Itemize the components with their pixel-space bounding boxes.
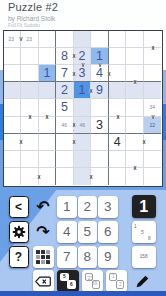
- digit-8-button[interactable]: 8: [78, 246, 98, 269]
- cell-r4c4[interactable]: 2: [56, 82, 74, 99]
- digit-7-button[interactable]: 7: [57, 246, 77, 269]
- cell-r7c9[interactable]: [144, 134, 162, 151]
- gear-icon: [12, 225, 26, 239]
- digit-4-button[interactable]: 4: [57, 221, 77, 244]
- corner-mark-preview-button[interactable]: 1 5 8: [132, 221, 157, 244]
- sudoku-grid: 2323821173421953446463124: [4, 31, 162, 186]
- cell-r4c9[interactable]: [144, 82, 162, 99]
- cell-r9c9[interactable]: [144, 168, 162, 185]
- cell-r3c5[interactable]: 3: [74, 65, 92, 82]
- cell-r5c4[interactable]: 5: [56, 99, 74, 116]
- cell-r4c3[interactable]: [39, 82, 57, 99]
- back-button[interactable]: <: [9, 196, 29, 218]
- cell-r2c3[interactable]: [39, 48, 57, 65]
- big-number-mode-button[interactable]: 5 6: [57, 270, 79, 292]
- app-screen: Puzzle #2 by Richard Stolk Full Fit Sudo…: [0, 0, 166, 296]
- cell-r8c2[interactable]: [21, 151, 39, 168]
- cell-r7c4[interactable]: [56, 134, 74, 151]
- cell-r2c2[interactable]: [21, 48, 39, 65]
- digit-5-button[interactable]: 5: [78, 221, 98, 244]
- digit-6-button[interactable]: 6: [98, 221, 118, 244]
- cell-r1c9[interactable]: [144, 31, 162, 48]
- cell-r7c3[interactable]: [39, 134, 57, 151]
- cell-r5c7[interactable]: [109, 99, 127, 116]
- cell-r6c4[interactable]: 46: [56, 117, 74, 134]
- cell-r2c5[interactable]: 2: [74, 48, 92, 65]
- pencil-marks-r1c1: 23: [9, 36, 15, 42]
- cell-r2c9[interactable]: [144, 48, 162, 65]
- cell-r1c4[interactable]: [56, 31, 74, 48]
- cell-r9c7[interactable]: [109, 168, 127, 185]
- pencil-marks-r6c4: 46: [62, 122, 68, 128]
- cell-r5c8[interactable]: [126, 99, 144, 116]
- cell-r8c7[interactable]: [109, 151, 127, 168]
- backspace-icon: [35, 276, 51, 287]
- cell-r8c1[interactable]: [4, 151, 22, 168]
- page-title: Puzzle #2: [8, 1, 61, 13]
- sudoku-board[interactable]: 2323821173421953446463124 VXXXXXXXXXXXVV…: [3, 30, 163, 187]
- cell-r7c5[interactable]: [74, 134, 92, 151]
- cell-r5c3[interactable]: [39, 99, 57, 116]
- cell-r1c5[interactable]: [74, 31, 92, 48]
- cell-r3c4[interactable]: 7: [56, 65, 74, 82]
- bottom-bar: [0, 291, 166, 296]
- cell-r5c2[interactable]: [21, 99, 39, 116]
- cell-r8c6[interactable]: [91, 151, 109, 168]
- corner-preview-mid: 5: [140, 229, 143, 234]
- cell-r9c8[interactable]: [126, 168, 144, 185]
- redo-icon: ↷: [36, 224, 49, 240]
- cell-r8c3[interactable]: [39, 151, 57, 168]
- mode-big-square-2: 6: [67, 280, 76, 289]
- help-button[interactable]: ?: [9, 246, 29, 268]
- cell-r4c2[interactable]: [21, 82, 39, 99]
- cell-r4c1[interactable]: [4, 82, 22, 99]
- digit-1-button[interactable]: 1: [57, 196, 77, 219]
- cell-r6c2[interactable]: [21, 117, 39, 134]
- cell-r8c8[interactable]: [126, 151, 144, 168]
- cell-r4c5[interactable]: 1: [74, 82, 92, 99]
- cell-r7c6[interactable]: [91, 134, 109, 151]
- cell-r1c7[interactable]: [109, 31, 127, 48]
- corner-preview-top: 1: [133, 223, 136, 228]
- cell-r6c8[interactable]: [126, 117, 144, 134]
- cell-r1c3[interactable]: [39, 31, 57, 48]
- undo-button[interactable]: ↶: [33, 196, 54, 218]
- cell-r3c9[interactable]: [144, 65, 162, 82]
- cell-r3c6[interactable]: 4: [91, 65, 109, 82]
- digit-2-button[interactable]: 2: [78, 196, 98, 219]
- grid-mode-button[interactable]: [33, 246, 54, 268]
- mode-center-square-2: 2: [116, 280, 125, 289]
- cell-r4c7[interactable]: [109, 82, 127, 99]
- cell-r7c2[interactable]: [21, 134, 39, 151]
- header: Puzzle #2 by Richard Stolk Full Fit Sudo…: [8, 1, 61, 32]
- pencil-color-button[interactable]: [132, 270, 154, 292]
- cell-r3c7[interactable]: [109, 65, 127, 82]
- pencil-marks-r1c2: 23: [26, 36, 32, 42]
- pencil-icon: [135, 274, 150, 289]
- cell-r5c5[interactable]: [74, 99, 92, 116]
- author-byline: by Richard Stolk: [8, 15, 61, 22]
- cell-r4c8[interactable]: [126, 82, 144, 99]
- undo-icon: ↶: [36, 199, 49, 215]
- cell-r3c8[interactable]: [126, 65, 144, 82]
- cell-r5c1[interactable]: [4, 99, 22, 116]
- cell-r3c2[interactable]: [21, 65, 39, 82]
- redo-button[interactable]: ↷: [33, 221, 54, 243]
- cell-r8c4[interactable]: [56, 151, 74, 168]
- cell-r6c5[interactable]: 46: [74, 117, 92, 134]
- cell-r7c1[interactable]: [4, 134, 22, 151]
- cell-r9c4[interactable]: [56, 168, 74, 185]
- cell-r2c7[interactable]: [109, 48, 127, 65]
- center-pencil-mode-button[interactable]: 1 2: [106, 270, 128, 292]
- cell-r6c7[interactable]: [109, 117, 127, 134]
- cell-r7c8[interactable]: [126, 134, 144, 151]
- cell-r7c7[interactable]: 4: [109, 134, 127, 151]
- digit-9-button[interactable]: 9: [98, 246, 118, 269]
- settings-button[interactable]: [9, 221, 29, 243]
- cell-r8c5[interactable]: [74, 151, 92, 168]
- cell-r5c9[interactable]: 34: [144, 99, 162, 116]
- pencil-marks-r5c9: 34: [150, 105, 156, 111]
- digit-3-button[interactable]: 3: [98, 196, 118, 219]
- cell-r3c3[interactable]: 1: [39, 65, 57, 82]
- cell-r6c6[interactable]: 3: [91, 117, 109, 134]
- cell-r9c3[interactable]: [39, 168, 57, 185]
- cell-r1c8[interactable]: [126, 31, 144, 48]
- cell-r8c9[interactable]: [144, 151, 162, 168]
- selected-digit-button[interactable]: 1: [132, 195, 157, 218]
- cell-r9c5[interactable]: [74, 168, 92, 185]
- cell-r3c1[interactable]: [4, 65, 22, 82]
- cell-r9c6[interactable]: [91, 168, 109, 185]
- pencil-marks-r6c5: 46: [79, 122, 85, 128]
- cell-r1c6[interactable]: [91, 31, 109, 48]
- corner-pencil-mode-button[interactable]: 23 89: [82, 270, 104, 292]
- app-name: Full Fit Sudoku: [8, 23, 40, 28]
- delete-button[interactable]: [33, 270, 54, 292]
- cell-r2c8[interactable]: [126, 48, 144, 65]
- cell-r9c2[interactable]: [21, 168, 39, 185]
- cell-r5c6[interactable]: [91, 99, 109, 116]
- cell-r2c6[interactable]: 1: [91, 48, 109, 65]
- cell-r2c4[interactable]: 8: [56, 48, 74, 65]
- cell-r6c3[interactable]: [39, 117, 57, 134]
- center-preview-text: 158: [140, 254, 148, 259]
- cell-r1c1[interactable]: 23: [4, 31, 22, 48]
- cell-r2c1[interactable]: [4, 48, 22, 65]
- mode-corner-square-2: 89: [92, 280, 101, 289]
- cell-r6c9[interactable]: 12: [144, 117, 162, 134]
- pencil-marks-r6c9: 12: [150, 122, 156, 128]
- cell-r1c2[interactable]: 23: [21, 31, 39, 48]
- cell-r4c6[interactable]: 9: [91, 82, 109, 99]
- center-mark-preview-button[interactable]: 158: [132, 246, 157, 269]
- cell-r9c1[interactable]: [4, 168, 22, 185]
- cell-r6c1[interactable]: [4, 117, 22, 134]
- grid-icon: [36, 250, 50, 264]
- corner-preview-bottom: 8: [147, 235, 150, 240]
